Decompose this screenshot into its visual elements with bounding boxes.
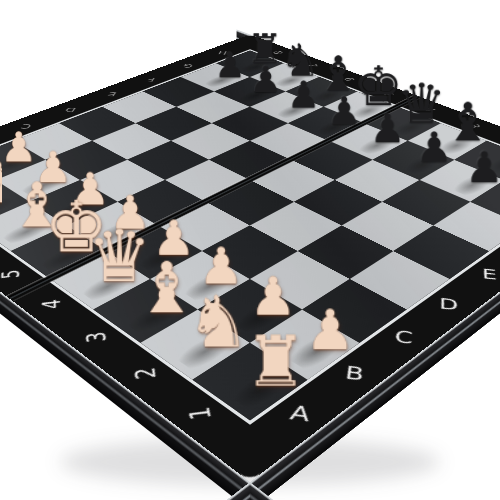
black-pawn-glyph: ♟ — [370, 109, 406, 149]
file-label-far-G: G — [182, 63, 194, 68]
white-pawn-glyph: ♟ — [305, 303, 355, 358]
white-knight-glyph: ♞ — [186, 287, 250, 358]
file-label-A: A — [288, 402, 311, 424]
file-label-E: E — [482, 267, 498, 282]
rank-label-4: 4 — [39, 298, 64, 310]
rank-label-2: 2 — [131, 366, 159, 380]
rank-label-3: 3 — [83, 331, 109, 344]
rank-label-1: 1 — [185, 405, 215, 421]
file-label-C: C — [394, 328, 413, 346]
file-label-B: B — [344, 363, 365, 383]
white-rook-glyph: ♜ — [244, 327, 306, 396]
rank-label-5: 5 — [0, 269, 23, 280]
chess-board: ♜♟♟♜♞♟♟♞♝♟♟♝♚♟♟♚♛♟♟♛♝♟♟♝♞♟♟♞♜♟♟♜ 1122334… — [0, 34, 500, 481]
black-pawn-glyph: ♟ — [465, 147, 500, 190]
white-pawn-glyph: ♟ — [249, 271, 296, 324]
file-label-far-F: F — [146, 77, 156, 82]
file-label-far-D: D — [64, 106, 78, 112]
black-pawn-glyph: ♟ — [416, 127, 453, 168]
photo-stage: ♜♟♟♜♞♟♟♞♝♟♟♝♚♟♟♚♛♟♟♛♝♟♟♝♞♟♟♞♜♟♟♜ 1122334… — [0, 0, 500, 500]
black-pawn-glyph: ♟ — [287, 77, 320, 114]
file-label-far-E: E — [107, 91, 118, 97]
board-frame: ♜♟♟♜♞♟♟♞♝♟♟♝♚♟♟♚♛♟♟♛♝♟♟♝♞♟♟♞♜♟♟♜ 1122334… — [0, 34, 500, 481]
black-pawn-glyph: ♟ — [250, 62, 282, 98]
scene: ♜♟♟♜♞♟♟♞♝♟♟♝♚♟♟♚♛♟♟♛♝♟♟♝♞♟♟♞♜♟♟♜ 1122334… — [0, 0, 500, 500]
black-pawn-glyph: ♟ — [327, 92, 361, 130]
file-label-D: D — [439, 296, 458, 313]
